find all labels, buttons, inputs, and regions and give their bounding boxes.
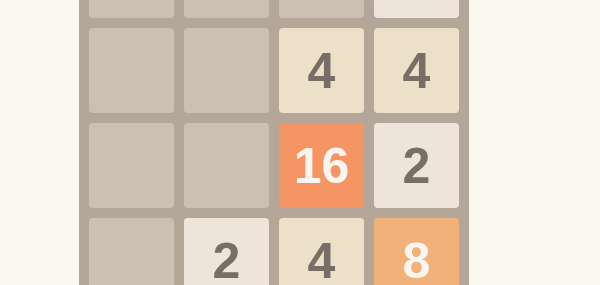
- tile-4: 4: [279, 218, 364, 285]
- board-2048[interactable]: 244162248: [79, 0, 469, 285]
- tile-2: 2: [374, 123, 459, 208]
- empty-cell: [89, 28, 174, 113]
- tile-2: 2: [374, 0, 459, 18]
- empty-cell: [279, 0, 364, 18]
- empty-cell: [89, 123, 174, 208]
- empty-cell: [184, 28, 269, 113]
- empty-cell: [89, 0, 174, 18]
- empty-cell: [89, 218, 174, 285]
- tile-8: 8: [374, 218, 459, 285]
- game-viewport: 244162248: [0, 0, 600, 285]
- tile-4: 4: [374, 28, 459, 113]
- tile-2: 2: [184, 218, 269, 285]
- empty-cell: [184, 123, 269, 208]
- tile-4: 4: [279, 28, 364, 113]
- tile-16: 16: [279, 123, 364, 208]
- empty-cell: [184, 0, 269, 18]
